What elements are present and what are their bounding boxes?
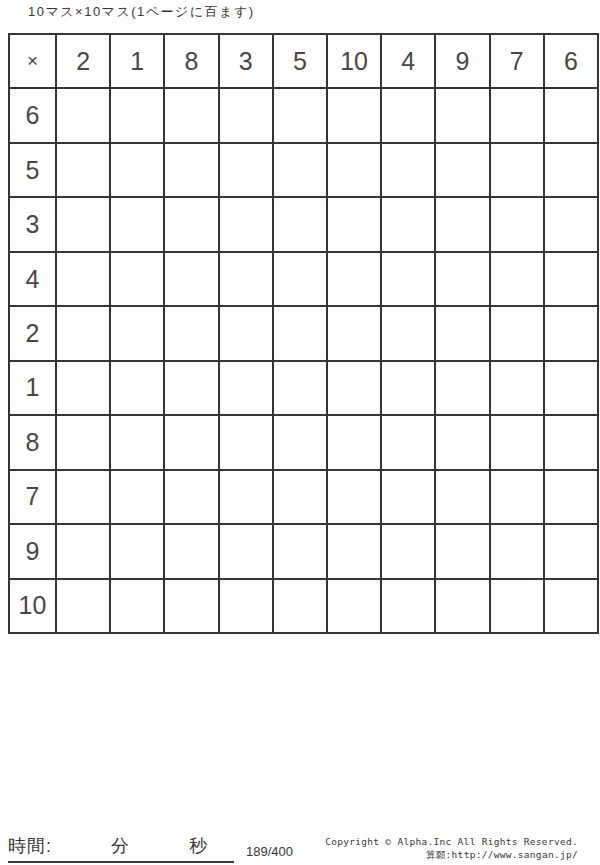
answer-cell-r2c1[interactable]: [57, 144, 109, 196]
seconds-label: 秒: [189, 834, 208, 858]
answer-cell-r9c10[interactable]: [545, 525, 597, 577]
col-header-cell-2: 2: [57, 35, 109, 87]
col-header-cell-7: 7: [491, 35, 543, 87]
answer-cell-r10c1[interactable]: [57, 580, 109, 632]
answer-cell-r7c6[interactable]: [328, 416, 380, 468]
answer-cell-r8c3[interactable]: [165, 471, 217, 523]
answer-cell-r9c7[interactable]: [382, 525, 434, 577]
copyright-line1: Copyright © Alpha.Inc All Rights Reserve…: [325, 836, 578, 849]
row-header-cell-10: 10: [10, 580, 55, 632]
answer-cell-r4c1[interactable]: [57, 253, 109, 305]
page-title: 10マス×10マス(1ページに百ます): [28, 3, 255, 21]
answer-cell-r5c9[interactable]: [491, 307, 543, 359]
col-header-cell-10: 10: [328, 35, 380, 87]
answer-cell-r2c3[interactable]: [165, 144, 217, 196]
row-header-cell-2: 2: [10, 307, 55, 359]
answer-cell-r3c5[interactable]: [274, 198, 326, 250]
answer-cell-r1c3[interactable]: [165, 89, 217, 141]
answer-cell-r4c7[interactable]: [382, 253, 434, 305]
answer-cell-r8c8[interactable]: [436, 471, 488, 523]
answer-cell-r5c3[interactable]: [165, 307, 217, 359]
answer-cell-r6c3[interactable]: [165, 362, 217, 414]
answer-cell-r7c3[interactable]: [165, 416, 217, 468]
answer-cell-r3c7[interactable]: [382, 198, 434, 250]
time-label: 時間:: [8, 834, 52, 858]
answer-cell-r10c10[interactable]: [545, 580, 597, 632]
answer-cell-r9c8[interactable]: [436, 525, 488, 577]
answer-cell-r1c2[interactable]: [111, 89, 163, 141]
answer-cell-r9c6[interactable]: [328, 525, 380, 577]
answer-cell-r6c7[interactable]: [382, 362, 434, 414]
answer-cell-r10c4[interactable]: [220, 580, 272, 632]
answer-cell-r7c5[interactable]: [274, 416, 326, 468]
answer-cell-r10c8[interactable]: [436, 580, 488, 632]
answer-cell-r2c5[interactable]: [274, 144, 326, 196]
col-header-cell-3: 3: [220, 35, 272, 87]
answer-cell-r9c3[interactable]: [165, 525, 217, 577]
answer-cell-r4c10[interactable]: [545, 253, 597, 305]
answer-cell-r5c10[interactable]: [545, 307, 597, 359]
answer-cell-r6c9[interactable]: [491, 362, 543, 414]
answer-cell-r9c1[interactable]: [57, 525, 109, 577]
answer-cell-r7c10[interactable]: [545, 416, 597, 468]
answer-cell-r4c6[interactable]: [328, 253, 380, 305]
answer-cell-r3c6[interactable]: [328, 198, 380, 250]
answer-cell-r6c6[interactable]: [328, 362, 380, 414]
row-header-cell-4: 4: [10, 253, 55, 305]
answer-cell-r6c10[interactable]: [545, 362, 597, 414]
answer-cell-r8c2[interactable]: [111, 471, 163, 523]
answer-cell-r4c5[interactable]: [274, 253, 326, 305]
col-header-cell-9: 9: [436, 35, 488, 87]
answer-cell-r10c3[interactable]: [165, 580, 217, 632]
page-number: 189/400: [246, 844, 293, 863]
answer-cell-r4c2[interactable]: [111, 253, 163, 305]
answer-cell-r3c10[interactable]: [545, 198, 597, 250]
answer-cell-r1c10[interactable]: [545, 89, 597, 141]
row-header-cell-3: 3: [10, 198, 55, 250]
row-header-cell-8: 8: [10, 416, 55, 468]
answer-cell-r8c1[interactable]: [57, 471, 109, 523]
answer-cell-r5c6[interactable]: [328, 307, 380, 359]
row-header-cell-7: 7: [10, 471, 55, 523]
answer-cell-r1c4[interactable]: [220, 89, 272, 141]
answer-cell-r4c9[interactable]: [491, 253, 543, 305]
answer-cell-r4c8[interactable]: [436, 253, 488, 305]
answer-cell-r8c4[interactable]: [220, 471, 272, 523]
answer-cell-r10c5[interactable]: [274, 580, 326, 632]
worksheet-page: 10マス×10マス(1ページに百ます) ×2183510497665342187…: [0, 0, 600, 865]
answer-cell-r5c4[interactable]: [220, 307, 272, 359]
copyright-line2: 算願:http://www.sangan.jp/: [325, 849, 578, 862]
answer-cell-r7c2[interactable]: [111, 416, 163, 468]
answer-cell-r10c2[interactable]: [111, 580, 163, 632]
answer-cell-r6c5[interactable]: [274, 362, 326, 414]
answer-cell-r9c9[interactable]: [491, 525, 543, 577]
answer-cell-r1c6[interactable]: [328, 89, 380, 141]
answer-cell-r8c10[interactable]: [545, 471, 597, 523]
answer-cell-r4c3[interactable]: [165, 253, 217, 305]
answer-cell-r2c9[interactable]: [491, 144, 543, 196]
answer-cell-r7c8[interactable]: [436, 416, 488, 468]
time-entry-line: 時間: 分 秒 189/400: [8, 834, 293, 863]
answer-cell-r2c4[interactable]: [220, 144, 272, 196]
answer-cell-r10c6[interactable]: [328, 580, 380, 632]
answer-cell-r3c4[interactable]: [220, 198, 272, 250]
answer-cell-r1c9[interactable]: [491, 89, 543, 141]
col-header-cell-4: 4: [382, 35, 434, 87]
answer-cell-r3c1[interactable]: [57, 198, 109, 250]
answer-cell-r2c10[interactable]: [545, 144, 597, 196]
answer-cell-r8c5[interactable]: [274, 471, 326, 523]
multiply-sign-corner-cell: ×: [10, 35, 55, 87]
answer-cell-r6c2[interactable]: [111, 362, 163, 414]
answer-cell-r3c8[interactable]: [436, 198, 488, 250]
answer-cell-r7c7[interactable]: [382, 416, 434, 468]
row-header-cell-9: 9: [10, 525, 55, 577]
answer-cell-r8c9[interactable]: [491, 471, 543, 523]
answer-cell-r5c8[interactable]: [436, 307, 488, 359]
answer-cell-r3c3[interactable]: [165, 198, 217, 250]
answer-cell-r3c9[interactable]: [491, 198, 543, 250]
answer-cell-r4c4[interactable]: [220, 253, 272, 305]
row-header-cell-1: 1: [10, 362, 55, 414]
answer-cell-r1c1[interactable]: [57, 89, 109, 141]
answer-cell-r2c8[interactable]: [436, 144, 488, 196]
answer-cell-r5c2[interactable]: [111, 307, 163, 359]
answer-cell-r1c5[interactable]: [274, 89, 326, 141]
answer-cell-r7c1[interactable]: [57, 416, 109, 468]
col-header-cell-1: 1: [111, 35, 163, 87]
col-header-cell-6: 6: [545, 35, 597, 87]
answer-cell-r7c4[interactable]: [220, 416, 272, 468]
answer-cell-r7c9[interactable]: [491, 416, 543, 468]
answer-cell-r8c6[interactable]: [328, 471, 380, 523]
answer-cell-r1c7[interactable]: [382, 89, 434, 141]
col-header-cell-8: 8: [165, 35, 217, 87]
answer-cell-r9c4[interactable]: [220, 525, 272, 577]
answer-cell-r5c1[interactable]: [57, 307, 109, 359]
answer-cell-r10c7[interactable]: [382, 580, 434, 632]
answer-cell-r5c7[interactable]: [382, 307, 434, 359]
answer-cell-r3c2[interactable]: [111, 198, 163, 250]
answer-cell-r6c1[interactable]: [57, 362, 109, 414]
copyright: Copyright © Alpha.Inc All Rights Reserve…: [325, 836, 578, 861]
answer-cell-r2c7[interactable]: [382, 144, 434, 196]
answer-cell-r10c9[interactable]: [491, 580, 543, 632]
minutes-label: 分: [111, 834, 130, 858]
answer-cell-r2c6[interactable]: [328, 144, 380, 196]
time-underline: 時間: 分 秒: [8, 834, 234, 863]
answer-cell-r6c8[interactable]: [436, 362, 488, 414]
row-header-cell-5: 5: [10, 144, 55, 196]
multiplication-grid: ×2183510497665342187910: [8, 33, 599, 634]
answer-cell-r5c5[interactable]: [274, 307, 326, 359]
row-header-cell-6: 6: [10, 89, 55, 141]
answer-cell-r6c4[interactable]: [220, 362, 272, 414]
answer-cell-r9c2[interactable]: [111, 525, 163, 577]
answer-cell-r1c8[interactable]: [436, 89, 488, 141]
answer-cell-r9c5[interactable]: [274, 525, 326, 577]
col-header-cell-5: 5: [274, 35, 326, 87]
answer-cell-r8c7[interactable]: [382, 471, 434, 523]
answer-cell-r2c2[interactable]: [111, 144, 163, 196]
